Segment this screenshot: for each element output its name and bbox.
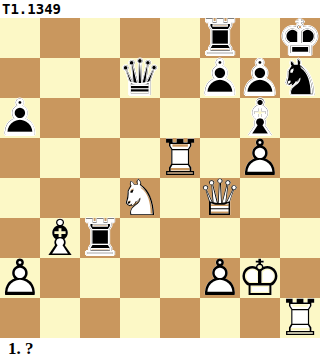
black-pawn-fill-icon: ♟ [240, 58, 280, 98]
square-g6[interactable]: ♝♗ [240, 98, 280, 138]
square-d6[interactable] [120, 98, 160, 138]
white-knight: ♞♘ [120, 178, 160, 218]
black-pawn: ♟♙ [240, 58, 280, 98]
black-bishop: ♝♗ [240, 98, 280, 138]
white-rook: ♜♖ [160, 138, 200, 178]
white-pawn-fill-icon: ♟ [0, 258, 40, 298]
black-knight-fill-icon: ♞ [280, 58, 320, 98]
chess-board: ♜♖♚♔♛♕♟♙♟♙♞♘♟♙♝♗♜♖♟♙♞♘♛♕♝♗♜♖♟♙♟♙♚♔♜♖ [0, 18, 320, 338]
square-f6[interactable] [200, 98, 240, 138]
square-g1[interactable] [240, 298, 280, 338]
square-e6[interactable] [160, 98, 200, 138]
black-queen: ♛♕ [120, 58, 160, 98]
square-a4[interactable] [0, 178, 40, 218]
black-knight-outline-icon: ♘ [280, 58, 320, 98]
square-b8[interactable] [40, 18, 80, 58]
black-pawn-fill-icon: ♟ [200, 58, 240, 98]
white-rook-outline-icon: ♖ [280, 298, 320, 338]
black-bishop-fill-icon: ♝ [240, 98, 280, 138]
square-c3[interactable]: ♜♖ [80, 218, 120, 258]
square-a5[interactable] [0, 138, 40, 178]
black-pawn-fill-icon: ♟ [0, 98, 40, 138]
square-c5[interactable] [80, 138, 120, 178]
white-pawn: ♟♙ [0, 258, 40, 298]
square-d1[interactable] [120, 298, 160, 338]
square-g4[interactable] [240, 178, 280, 218]
white-pawn-fill-icon: ♟ [200, 258, 240, 298]
square-g3[interactable] [240, 218, 280, 258]
black-rook-outline-icon: ♖ [200, 18, 240, 58]
black-pawn-outline-icon: ♙ [240, 58, 280, 98]
square-h8[interactable]: ♚♔ [280, 18, 320, 58]
square-b2[interactable] [40, 258, 80, 298]
square-b1[interactable] [40, 298, 80, 338]
square-a8[interactable] [0, 18, 40, 58]
square-f4[interactable]: ♛♕ [200, 178, 240, 218]
white-bishop-fill-icon: ♝ [40, 218, 80, 258]
square-f1[interactable] [200, 298, 240, 338]
square-c2[interactable] [80, 258, 120, 298]
square-c8[interactable] [80, 18, 120, 58]
square-a6[interactable]: ♟♙ [0, 98, 40, 138]
square-h2[interactable] [280, 258, 320, 298]
white-rook: ♜♖ [280, 298, 320, 338]
move-prompt: 1. ? [8, 339, 34, 359]
square-d7[interactable]: ♛♕ [120, 58, 160, 98]
white-king-fill-icon: ♚ [240, 258, 280, 298]
white-rook-fill-icon: ♜ [160, 138, 200, 178]
black-rook: ♜♖ [200, 18, 240, 58]
puzzle-title: T1.1349 [2, 0, 61, 18]
square-h6[interactable] [280, 98, 320, 138]
square-a7[interactable] [0, 58, 40, 98]
black-king-fill-icon: ♚ [280, 18, 320, 58]
black-king: ♚♔ [280, 18, 320, 58]
white-bishop-outline-icon: ♗ [40, 218, 80, 258]
square-h1[interactable]: ♜♖ [280, 298, 320, 338]
black-king-outline-icon: ♔ [280, 18, 320, 58]
square-e3[interactable] [160, 218, 200, 258]
white-king: ♚♔ [240, 258, 280, 298]
square-b4[interactable] [40, 178, 80, 218]
square-e8[interactable] [160, 18, 200, 58]
square-c7[interactable] [80, 58, 120, 98]
black-rook-outline-icon: ♖ [80, 218, 120, 258]
square-g7[interactable]: ♟♙ [240, 58, 280, 98]
square-b3[interactable]: ♝♗ [40, 218, 80, 258]
square-h4[interactable] [280, 178, 320, 218]
white-knight-fill-icon: ♞ [120, 178, 160, 218]
white-queen-fill-icon: ♛ [200, 178, 240, 218]
square-a2[interactable]: ♟♙ [0, 258, 40, 298]
white-queen: ♛♕ [200, 178, 240, 218]
square-h7[interactable]: ♞♘ [280, 58, 320, 98]
black-knight: ♞♘ [280, 58, 320, 98]
square-d5[interactable] [120, 138, 160, 178]
white-bishop: ♝♗ [40, 218, 80, 258]
black-rook-fill-icon: ♜ [200, 18, 240, 58]
white-pawn-outline-icon: ♙ [240, 138, 280, 178]
square-f2[interactable]: ♟♙ [200, 258, 240, 298]
square-d8[interactable] [120, 18, 160, 58]
square-g8[interactable] [240, 18, 280, 58]
square-c4[interactable] [80, 178, 120, 218]
square-g2[interactable]: ♚♔ [240, 258, 280, 298]
black-pawn-outline-icon: ♙ [0, 98, 40, 138]
square-e1[interactable] [160, 298, 200, 338]
square-f5[interactable] [200, 138, 240, 178]
white-pawn-outline-icon: ♙ [200, 258, 240, 298]
black-pawn: ♟♙ [200, 58, 240, 98]
white-pawn: ♟♙ [200, 258, 240, 298]
black-queen-outline-icon: ♕ [120, 58, 160, 98]
square-e5[interactable]: ♜♖ [160, 138, 200, 178]
square-a1[interactable] [0, 298, 40, 338]
black-pawn: ♟♙ [0, 98, 40, 138]
white-knight-outline-icon: ♘ [120, 178, 160, 218]
square-f3[interactable] [200, 218, 240, 258]
black-rook-fill-icon: ♜ [80, 218, 120, 258]
white-king-outline-icon: ♔ [240, 258, 280, 298]
black-queen-fill-icon: ♛ [120, 58, 160, 98]
square-f7[interactable]: ♟♙ [200, 58, 240, 98]
black-bishop-outline-icon: ♗ [240, 98, 280, 138]
square-d4[interactable]: ♞♘ [120, 178, 160, 218]
white-rook-outline-icon: ♖ [160, 138, 200, 178]
square-g5[interactable]: ♟♙ [240, 138, 280, 178]
white-pawn-fill-icon: ♟ [240, 138, 280, 178]
square-f8[interactable]: ♜♖ [200, 18, 240, 58]
square-c6[interactable] [80, 98, 120, 138]
square-e2[interactable] [160, 258, 200, 298]
square-b6[interactable] [40, 98, 80, 138]
square-d2[interactable] [120, 258, 160, 298]
black-pawn-outline-icon: ♙ [200, 58, 240, 98]
square-d3[interactable] [120, 218, 160, 258]
square-a3[interactable] [0, 218, 40, 258]
square-e7[interactable] [160, 58, 200, 98]
square-h5[interactable] [280, 138, 320, 178]
square-c1[interactable] [80, 298, 120, 338]
white-pawn-outline-icon: ♙ [0, 258, 40, 298]
white-pawn: ♟♙ [240, 138, 280, 178]
square-b7[interactable] [40, 58, 80, 98]
black-rook: ♜♖ [80, 218, 120, 258]
white-rook-fill-icon: ♜ [280, 298, 320, 338]
white-queen-outline-icon: ♕ [200, 178, 240, 218]
square-h3[interactable] [280, 218, 320, 258]
square-e4[interactable] [160, 178, 200, 218]
square-b5[interactable] [40, 138, 80, 178]
